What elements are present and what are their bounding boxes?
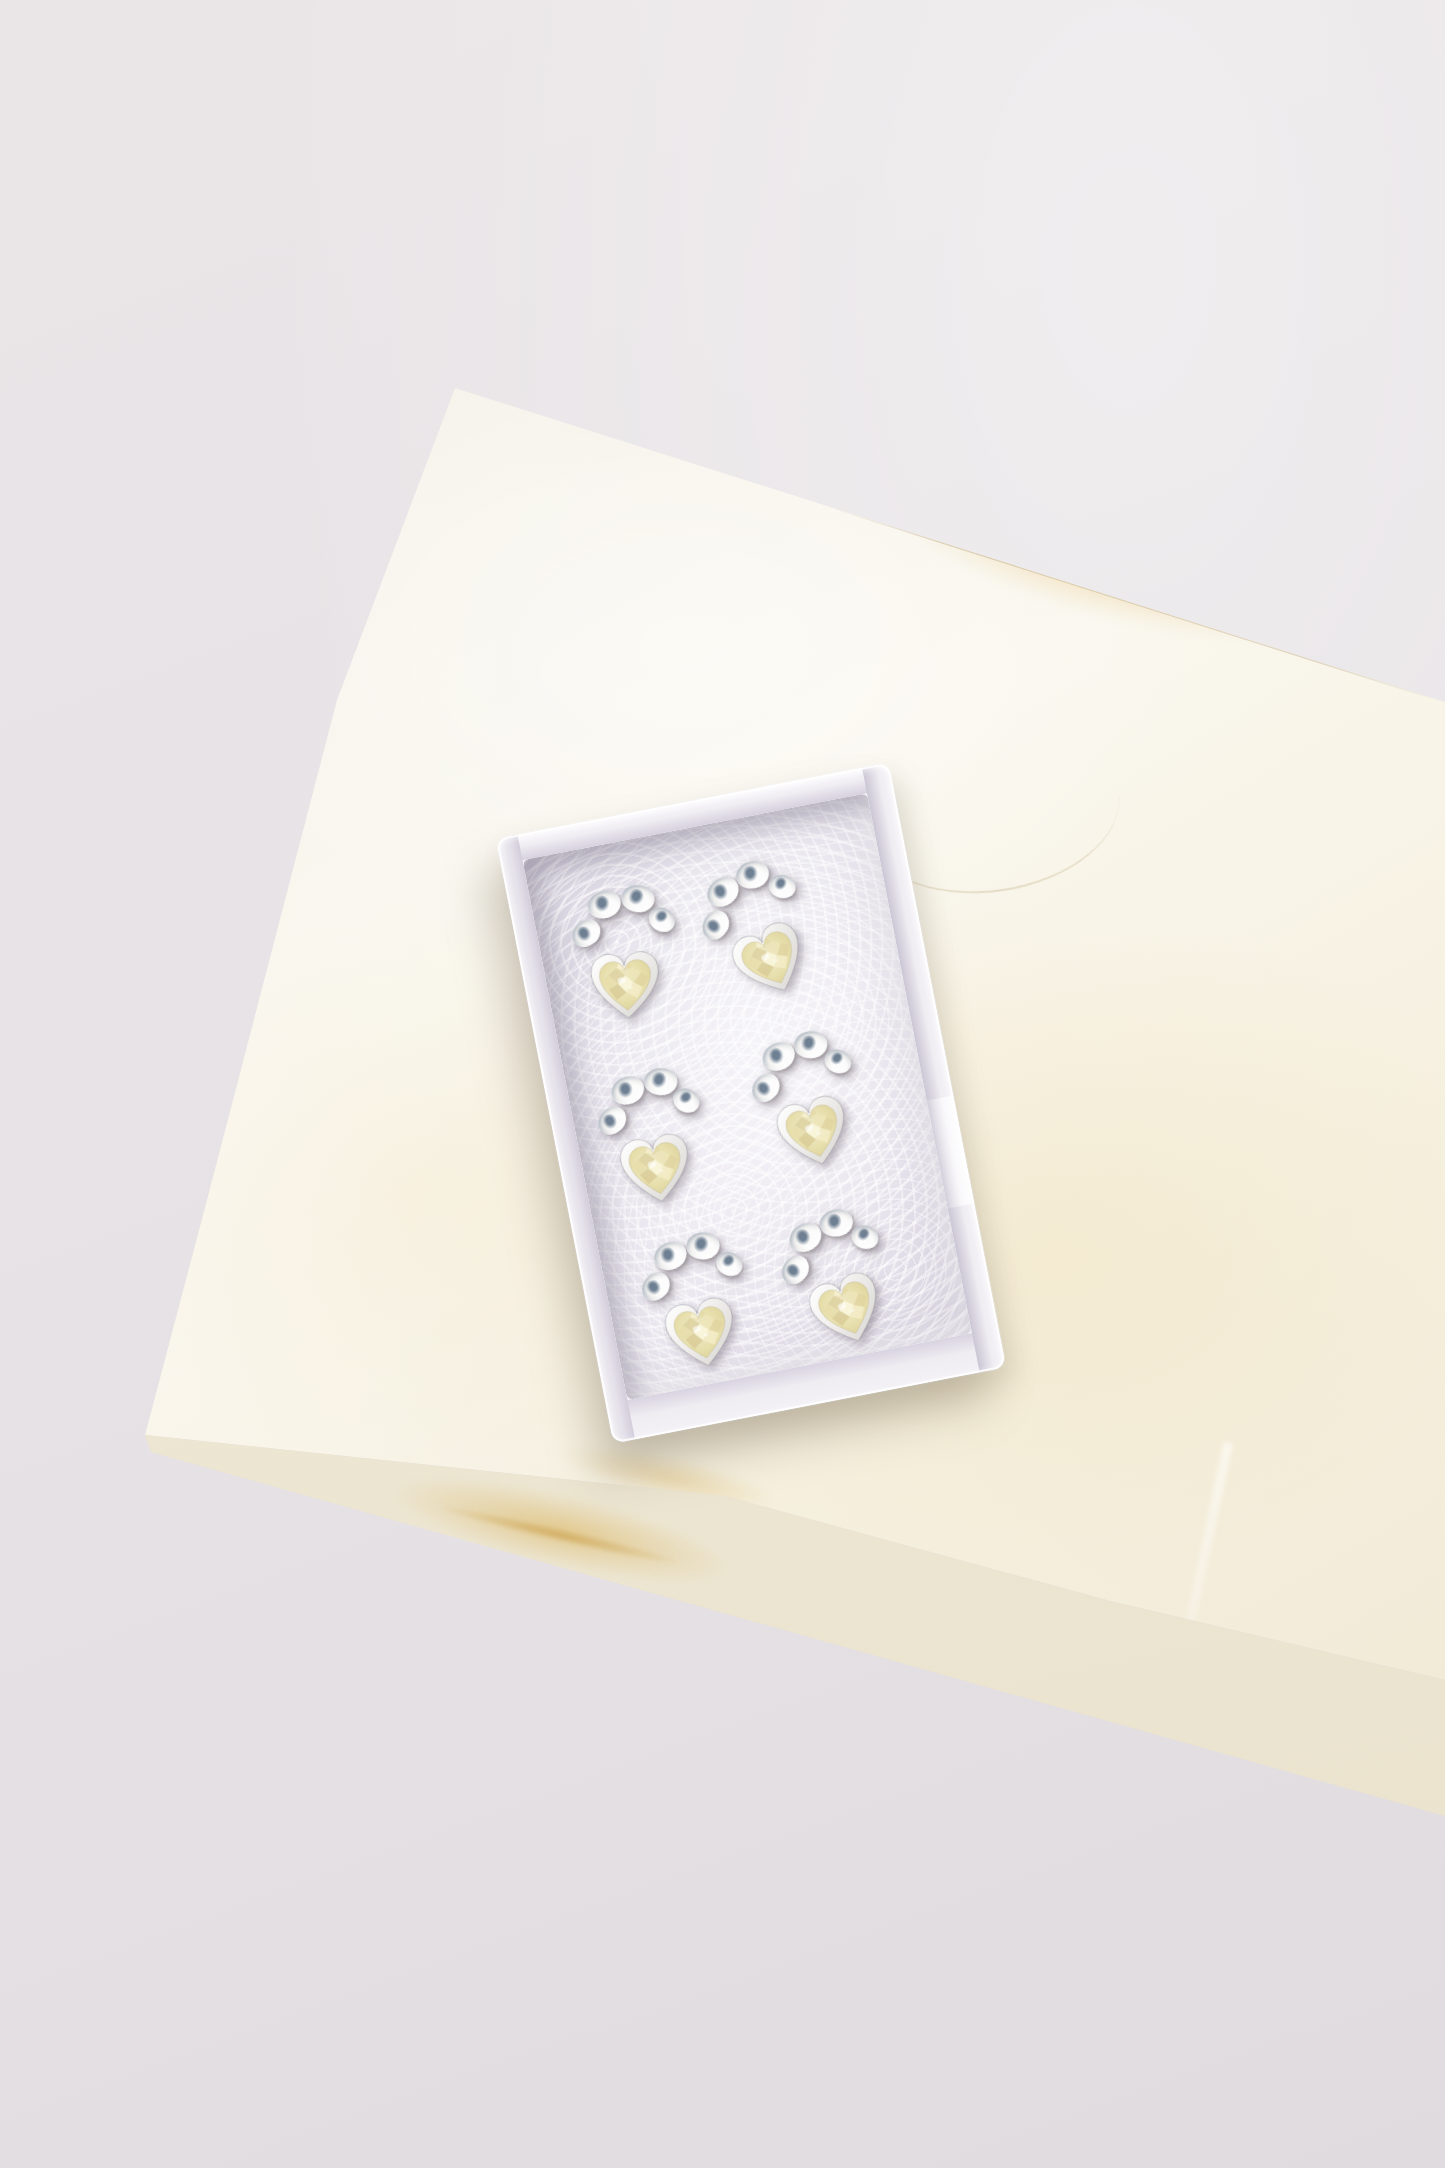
heart-stone xyxy=(583,942,669,1027)
toe-bead xyxy=(766,872,798,901)
earring-bottom-right xyxy=(765,1194,908,1367)
toe-bead xyxy=(686,1232,720,1260)
toe-bead xyxy=(607,1072,648,1109)
toe-bead xyxy=(793,1030,828,1060)
earring-top-left xyxy=(568,876,679,1032)
toe-bead xyxy=(818,1207,855,1239)
heart-stone xyxy=(654,1286,748,1379)
heart-stone xyxy=(765,1083,862,1179)
product-photo xyxy=(0,0,1445,2168)
toe-bead xyxy=(848,1222,881,1253)
heart-stone xyxy=(796,1259,898,1360)
toe-bead xyxy=(758,1037,800,1076)
toe-bead xyxy=(644,1068,677,1095)
heart-stone xyxy=(718,907,823,1012)
toe-bead xyxy=(733,858,772,893)
citrine-stone xyxy=(598,959,653,1013)
toe-bead xyxy=(821,1045,855,1077)
citrine-stone xyxy=(627,1140,686,1198)
toe-bead xyxy=(585,887,624,922)
heart-stone xyxy=(610,1123,702,1214)
earring-middle-right xyxy=(739,1017,872,1185)
earring-top-right xyxy=(682,844,833,1020)
toe-bead xyxy=(650,1237,691,1275)
earring-bottom-left xyxy=(632,1220,759,1385)
toe-bead xyxy=(620,884,655,914)
earring-middle-left xyxy=(590,1056,712,1219)
